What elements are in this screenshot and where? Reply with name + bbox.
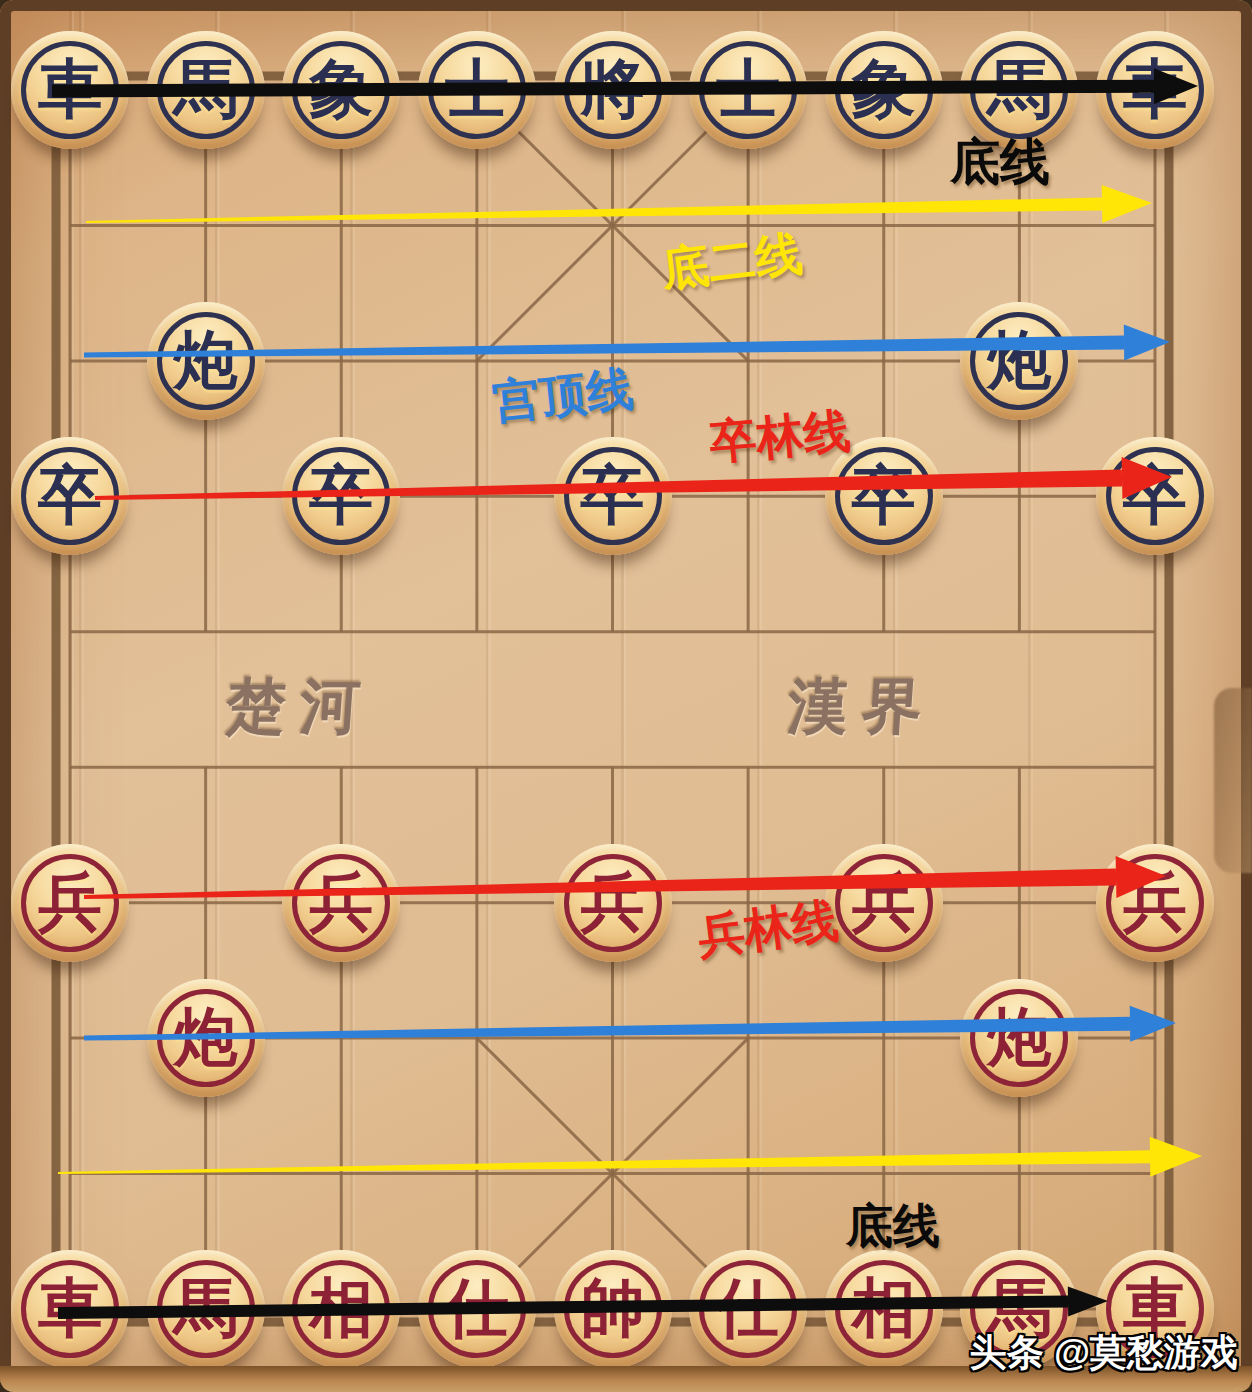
river-label-right: 漢界: [785, 667, 939, 748]
piece-glyph: 車: [1123, 58, 1187, 122]
river-label-left: 楚河: [223, 667, 377, 748]
piece-red-soldier-r6c6[interactable]: 兵: [825, 844, 943, 962]
piece-glyph: 車: [38, 58, 102, 122]
piece-glyph: 兵: [852, 871, 916, 935]
piece-glyph: 卒: [1123, 464, 1187, 528]
label-soldier-line: 卒林线: [707, 399, 853, 474]
annotation-arrows-layer: [0, 0, 1252, 1392]
piece-red-soldier-r6c0[interactable]: 兵: [11, 844, 129, 962]
piece-glyph: 卒: [38, 464, 102, 528]
piece-black-advisor-r0c5[interactable]: 士: [689, 31, 807, 149]
piece-glyph: 車: [38, 1277, 102, 1341]
piece-red-horse-r9c1[interactable]: 馬: [147, 1250, 265, 1368]
label-pawn-line: 兵林线: [694, 889, 842, 969]
palace-top-line-arrow-blue-top-head: [1124, 325, 1170, 361]
piece-glyph: 相: [852, 1277, 916, 1341]
piece-glyph: 炮: [174, 329, 238, 393]
second-line-arrow-yellow-top-head: [1102, 185, 1152, 223]
piece-red-soldier-r6c2[interactable]: 兵: [282, 844, 400, 962]
cannon-line-arrow-blue-bottom-head: [1130, 1006, 1176, 1042]
wood-plank-texture: [11, 11, 1241, 1381]
piece-glyph: 兵: [309, 871, 373, 935]
piece-red-cannon-r7c1[interactable]: 炮: [147, 979, 265, 1097]
piece-glyph: 士: [445, 58, 509, 122]
piece-glyph: 象: [309, 58, 373, 122]
piece-black-soldier-r3c2[interactable]: 卒: [282, 437, 400, 555]
piece-glyph: 炮: [987, 1006, 1051, 1070]
watermark-text: 头条 @莫愁游戏: [970, 1328, 1238, 1378]
piece-glyph: 象: [852, 58, 916, 122]
piece-red-elephant-r9c2[interactable]: 相: [282, 1250, 400, 1368]
piece-black-chariot-r0c0[interactable]: 車: [11, 31, 129, 149]
piece-red-advisor-r9c3[interactable]: 仕: [418, 1250, 536, 1368]
piece-black-horse-r0c1[interactable]: 馬: [147, 31, 265, 149]
piece-glyph: 馬: [174, 1277, 238, 1341]
piece-red-advisor-r9c5[interactable]: 仕: [689, 1250, 807, 1368]
piece-glyph: 卒: [309, 464, 373, 528]
piece-red-soldier-r6c4[interactable]: 兵: [554, 844, 672, 962]
piece-black-soldier-r3c8[interactable]: 卒: [1096, 437, 1214, 555]
piece-black-cannon-r2c1[interactable]: 炮: [147, 302, 265, 420]
piece-black-general-r0c4[interactable]: 將: [554, 31, 672, 149]
label-baseline-bottom: 底线: [846, 1195, 940, 1258]
piece-glyph: 相: [309, 1277, 373, 1341]
piece-glyph: 仕: [716, 1277, 780, 1341]
xiangqi-board-screenshot: 楚河 漢界 車馬象士將士象馬車炮炮卒卒卒卒卒兵兵兵兵兵炮炮車馬相仕帥仕相馬車 底…: [0, 0, 1252, 1392]
piece-black-elephant-r0c2[interactable]: 象: [282, 31, 400, 149]
piece-glyph: 兵: [38, 871, 102, 935]
piece-red-chariot-r9c0[interactable]: 車: [11, 1250, 129, 1368]
piece-glyph: 帥: [581, 1277, 645, 1341]
piece-glyph: 馬: [987, 58, 1051, 122]
board-grid: [0, 0, 1252, 1392]
piece-red-general-r9c4[interactable]: 帥: [554, 1250, 672, 1368]
piece-black-soldier-r3c4[interactable]: 卒: [554, 437, 672, 555]
second-line-arrow-yellow-bottom-head: [1150, 1137, 1202, 1177]
piece-glyph: 炮: [987, 329, 1051, 393]
piece-glyph: 卒: [581, 464, 645, 528]
piece-glyph: 炮: [174, 1006, 238, 1070]
piece-glyph: 卒: [852, 464, 916, 528]
piece-glyph: 士: [716, 58, 780, 122]
piece-glyph: 仕: [445, 1277, 509, 1341]
piece-black-chariot-r0c8[interactable]: 車: [1096, 31, 1214, 149]
piece-glyph: 將: [581, 58, 645, 122]
piece-glyph: 馬: [174, 58, 238, 122]
label-baseline-top: 底线: [950, 129, 1050, 196]
piece-black-advisor-r0c3[interactable]: 士: [418, 31, 536, 149]
piece-black-cannon-r2c7[interactable]: 炮: [960, 302, 1078, 420]
piece-black-elephant-r0c6[interactable]: 象: [825, 31, 943, 149]
piece-black-soldier-r3c0[interactable]: 卒: [11, 437, 129, 555]
piece-red-elephant-r9c6[interactable]: 相: [825, 1250, 943, 1368]
label-palace-top-line: 宫顶线: [490, 357, 637, 434]
piece-red-soldier-r6c8[interactable]: 兵: [1096, 844, 1214, 962]
label-second-baseline: 底二线: [658, 222, 806, 302]
piece-glyph: 兵: [581, 871, 645, 935]
second-line-arrow-yellow-bottom-body: [58, 1150, 1150, 1174]
board-side-shadow: [1214, 688, 1252, 873]
piece-glyph: 兵: [1123, 871, 1187, 935]
piece-red-cannon-r7c7[interactable]: 炮: [960, 979, 1078, 1097]
second-line-arrow-yellow-top-body: [86, 197, 1102, 223]
